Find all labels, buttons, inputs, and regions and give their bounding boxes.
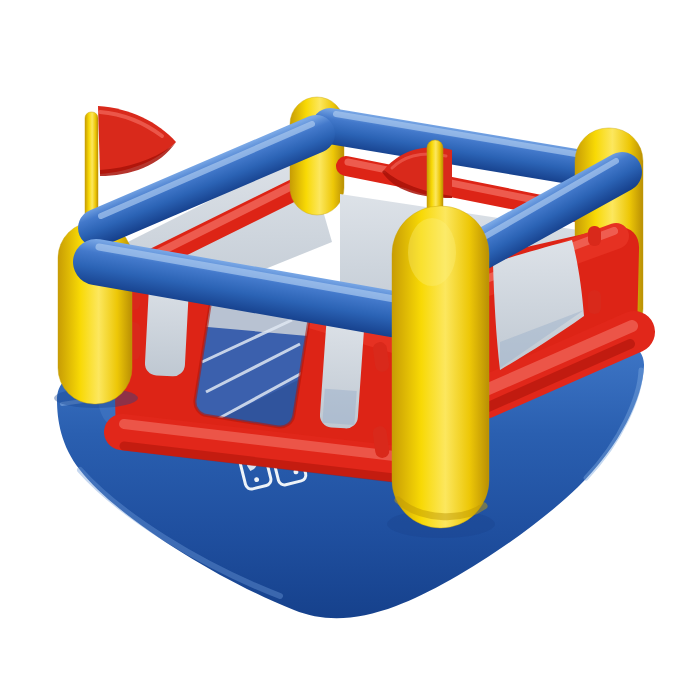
window-right-floor-tint [322, 389, 356, 425]
product-photo-bouncy-castle: Inflatable bouncy castle bouncer [0, 0, 700, 700]
south-tower-dome-highlight [408, 218, 456, 286]
wall-clip-east-1 [588, 226, 601, 246]
wall-clip-east-2 [588, 290, 601, 314]
bouncy-castle-illustration: Inflatable bouncy castle bouncer [0, 0, 700, 700]
